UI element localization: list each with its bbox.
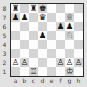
square-h6[interactable] — [74, 22, 83, 31]
square-c6[interactable] — [29, 22, 38, 31]
square-e3[interactable] — [47, 49, 56, 58]
rank-label-3: 3 — [0, 49, 9, 58]
black-pawn: ♟ — [21, 13, 29, 22]
square-e6[interactable] — [47, 22, 56, 31]
square-h1[interactable] — [74, 67, 83, 76]
square-g1[interactable]: ♔ — [65, 67, 74, 76]
square-e7[interactable] — [47, 13, 56, 22]
chess-board: ♜♜♚♟♟♛♕♟♟♟♘♙♙♙♙♙♖♔ — [10, 3, 84, 77]
square-f4[interactable] — [56, 40, 65, 49]
file-label-f: f — [56, 77, 65, 85]
square-c4[interactable] — [29, 40, 38, 49]
square-c3[interactable] — [29, 49, 38, 58]
black-queen: ♛ — [39, 13, 47, 22]
square-f5[interactable] — [56, 31, 65, 40]
black-pawn: ♟ — [57, 22, 65, 31]
square-c1[interactable]: ♖ — [29, 67, 38, 76]
white-king: ♔ — [66, 67, 74, 76]
square-h8[interactable] — [74, 4, 83, 13]
square-g4[interactable] — [65, 40, 74, 49]
rank-labels: 87654321 — [0, 4, 9, 76]
square-c5[interactable] — [29, 31, 38, 40]
file-label-a: a — [11, 77, 20, 85]
square-f6[interactable]: ♟ — [56, 22, 65, 31]
file-label-c: c — [29, 77, 38, 85]
square-b2[interactable]: ♙ — [20, 58, 29, 67]
square-a7[interactable]: ♟ — [11, 13, 20, 22]
square-f2[interactable]: ♙ — [56, 58, 65, 67]
square-h2[interactable]: ♙ — [74, 58, 83, 67]
square-e2[interactable] — [47, 58, 56, 67]
file-label-d: d — [38, 77, 47, 85]
rank-label-4: 4 — [0, 40, 9, 49]
square-e5[interactable] — [47, 31, 56, 40]
square-a1[interactable] — [11, 67, 20, 76]
white-pawn: ♙ — [21, 58, 29, 67]
white-rook: ♖ — [30, 67, 38, 76]
square-c8[interactable]: ♜ — [29, 4, 38, 13]
white-pawn: ♙ — [12, 58, 20, 67]
file-label-g: g — [65, 77, 74, 85]
square-a6[interactable] — [11, 22, 20, 31]
square-a4[interactable] — [11, 40, 20, 49]
square-b4[interactable] — [20, 40, 29, 49]
chess-diagram: 87654321 ♜♜♚♟♟♛♕♟♟♟♘♙♙♙♙♙♖♔ abcdefgh — [0, 0, 87, 87]
square-f1[interactable] — [56, 67, 65, 76]
black-rook: ♜ — [30, 4, 38, 13]
square-h5[interactable] — [74, 31, 83, 40]
square-b1[interactable] — [20, 67, 29, 76]
square-e1[interactable] — [47, 67, 56, 76]
square-d3[interactable] — [38, 49, 47, 58]
square-e4[interactable] — [47, 40, 56, 49]
file-label-b: b — [20, 77, 29, 85]
rank-label-5: 5 — [0, 31, 9, 40]
square-h7[interactable] — [74, 13, 83, 22]
rank-label-2: 2 — [0, 58, 9, 67]
rank-label-8: 8 — [0, 4, 9, 13]
square-d4[interactable] — [38, 40, 47, 49]
square-a5[interactable] — [11, 31, 20, 40]
square-d7[interactable]: ♛ — [38, 13, 47, 22]
file-label-e: e — [47, 77, 56, 85]
white-pawn: ♙ — [57, 58, 65, 67]
square-d1[interactable] — [38, 67, 47, 76]
white-pawn: ♙ — [75, 58, 83, 67]
square-a2[interactable]: ♙ — [11, 58, 20, 67]
square-b7[interactable]: ♟ — [20, 13, 29, 22]
square-f8[interactable] — [56, 4, 65, 13]
square-e8[interactable] — [47, 4, 56, 13]
rank-label-1: 1 — [0, 67, 9, 76]
white-knight: ♘ — [66, 31, 74, 40]
square-h4[interactable] — [74, 40, 83, 49]
square-d2[interactable] — [38, 58, 47, 67]
square-d5[interactable]: ♟ — [38, 31, 47, 40]
black-pawn: ♟ — [12, 13, 20, 22]
square-b6[interactable] — [20, 22, 29, 31]
square-c7[interactable] — [29, 13, 38, 22]
square-g5[interactable]: ♘ — [65, 31, 74, 40]
file-label-h: h — [74, 77, 83, 85]
rank-label-6: 6 — [0, 22, 9, 31]
black-pawn: ♟ — [39, 31, 47, 40]
file-labels: abcdefgh — [11, 77, 83, 85]
square-b5[interactable] — [20, 31, 29, 40]
rank-label-7: 7 — [0, 13, 9, 22]
